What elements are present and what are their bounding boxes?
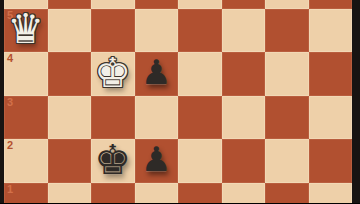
square-f6[interactable]	[222, 0, 266, 9]
black-pawn[interactable]: ♟	[135, 52, 179, 96]
square-d3[interactable]	[135, 96, 179, 140]
square-e6[interactable]	[178, 0, 222, 9]
square-h5[interactable]	[309, 9, 353, 53]
square-b3[interactable]	[48, 96, 92, 140]
rank-label-3: 3	[7, 97, 13, 108]
white-queen[interactable]: ♛	[4, 9, 48, 53]
black-pawn[interactable]: ♟	[135, 139, 179, 183]
square-h2[interactable]	[309, 139, 353, 183]
square-f5[interactable]	[222, 9, 266, 53]
square-a3[interactable]: 3	[4, 96, 48, 140]
square-g5[interactable]	[265, 9, 309, 53]
square-d1[interactable]	[135, 183, 179, 204]
square-a1[interactable]: 1	[4, 183, 48, 204]
square-c5[interactable]	[91, 9, 135, 53]
square-c3[interactable]	[91, 96, 135, 140]
square-g2[interactable]	[265, 139, 309, 183]
square-c4[interactable]: ♚	[91, 52, 135, 96]
black-king[interactable]: ♚	[91, 139, 135, 183]
square-a2[interactable]: 2	[4, 139, 48, 183]
square-b6[interactable]	[48, 0, 92, 9]
square-f2[interactable]	[222, 139, 266, 183]
square-e4[interactable]	[178, 52, 222, 96]
chess-app-viewport: 5♛4♚♟32♚♟1	[0, 0, 360, 203]
chess-board: 5♛4♚♟32♚♟1	[4, 0, 352, 203]
square-g3[interactable]	[265, 96, 309, 140]
square-f1[interactable]	[222, 183, 266, 204]
square-g1[interactable]	[265, 183, 309, 204]
square-e2[interactable]	[178, 139, 222, 183]
square-b4[interactable]	[48, 52, 92, 96]
square-c1[interactable]	[91, 183, 135, 204]
square-g4[interactable]	[265, 52, 309, 96]
square-d2[interactable]: ♟	[135, 139, 179, 183]
square-a4[interactable]: 4	[4, 52, 48, 96]
rank-label-1: 1	[7, 184, 13, 195]
square-f4[interactable]	[222, 52, 266, 96]
square-h6[interactable]	[309, 0, 353, 9]
square-h1[interactable]	[309, 183, 353, 204]
square-d4[interactable]: ♟	[135, 52, 179, 96]
rank-label-2: 2	[7, 140, 13, 151]
square-e1[interactable]	[178, 183, 222, 204]
square-c2[interactable]: ♚	[91, 139, 135, 183]
square-b2[interactable]	[48, 139, 92, 183]
square-h4[interactable]	[309, 52, 353, 96]
square-d6[interactable]	[135, 0, 179, 9]
square-a5[interactable]: 5♛	[4, 9, 48, 53]
square-d5[interactable]	[135, 9, 179, 53]
square-g6[interactable]	[265, 0, 309, 9]
square-b5[interactable]	[48, 9, 92, 53]
square-c6[interactable]	[91, 0, 135, 9]
square-e3[interactable]	[178, 96, 222, 140]
white-king[interactable]: ♚	[91, 52, 135, 96]
square-e5[interactable]	[178, 9, 222, 53]
rank-label-4: 4	[7, 53, 13, 64]
square-b1[interactable]	[48, 183, 92, 204]
square-h3[interactable]	[309, 96, 353, 140]
square-f3[interactable]	[222, 96, 266, 140]
